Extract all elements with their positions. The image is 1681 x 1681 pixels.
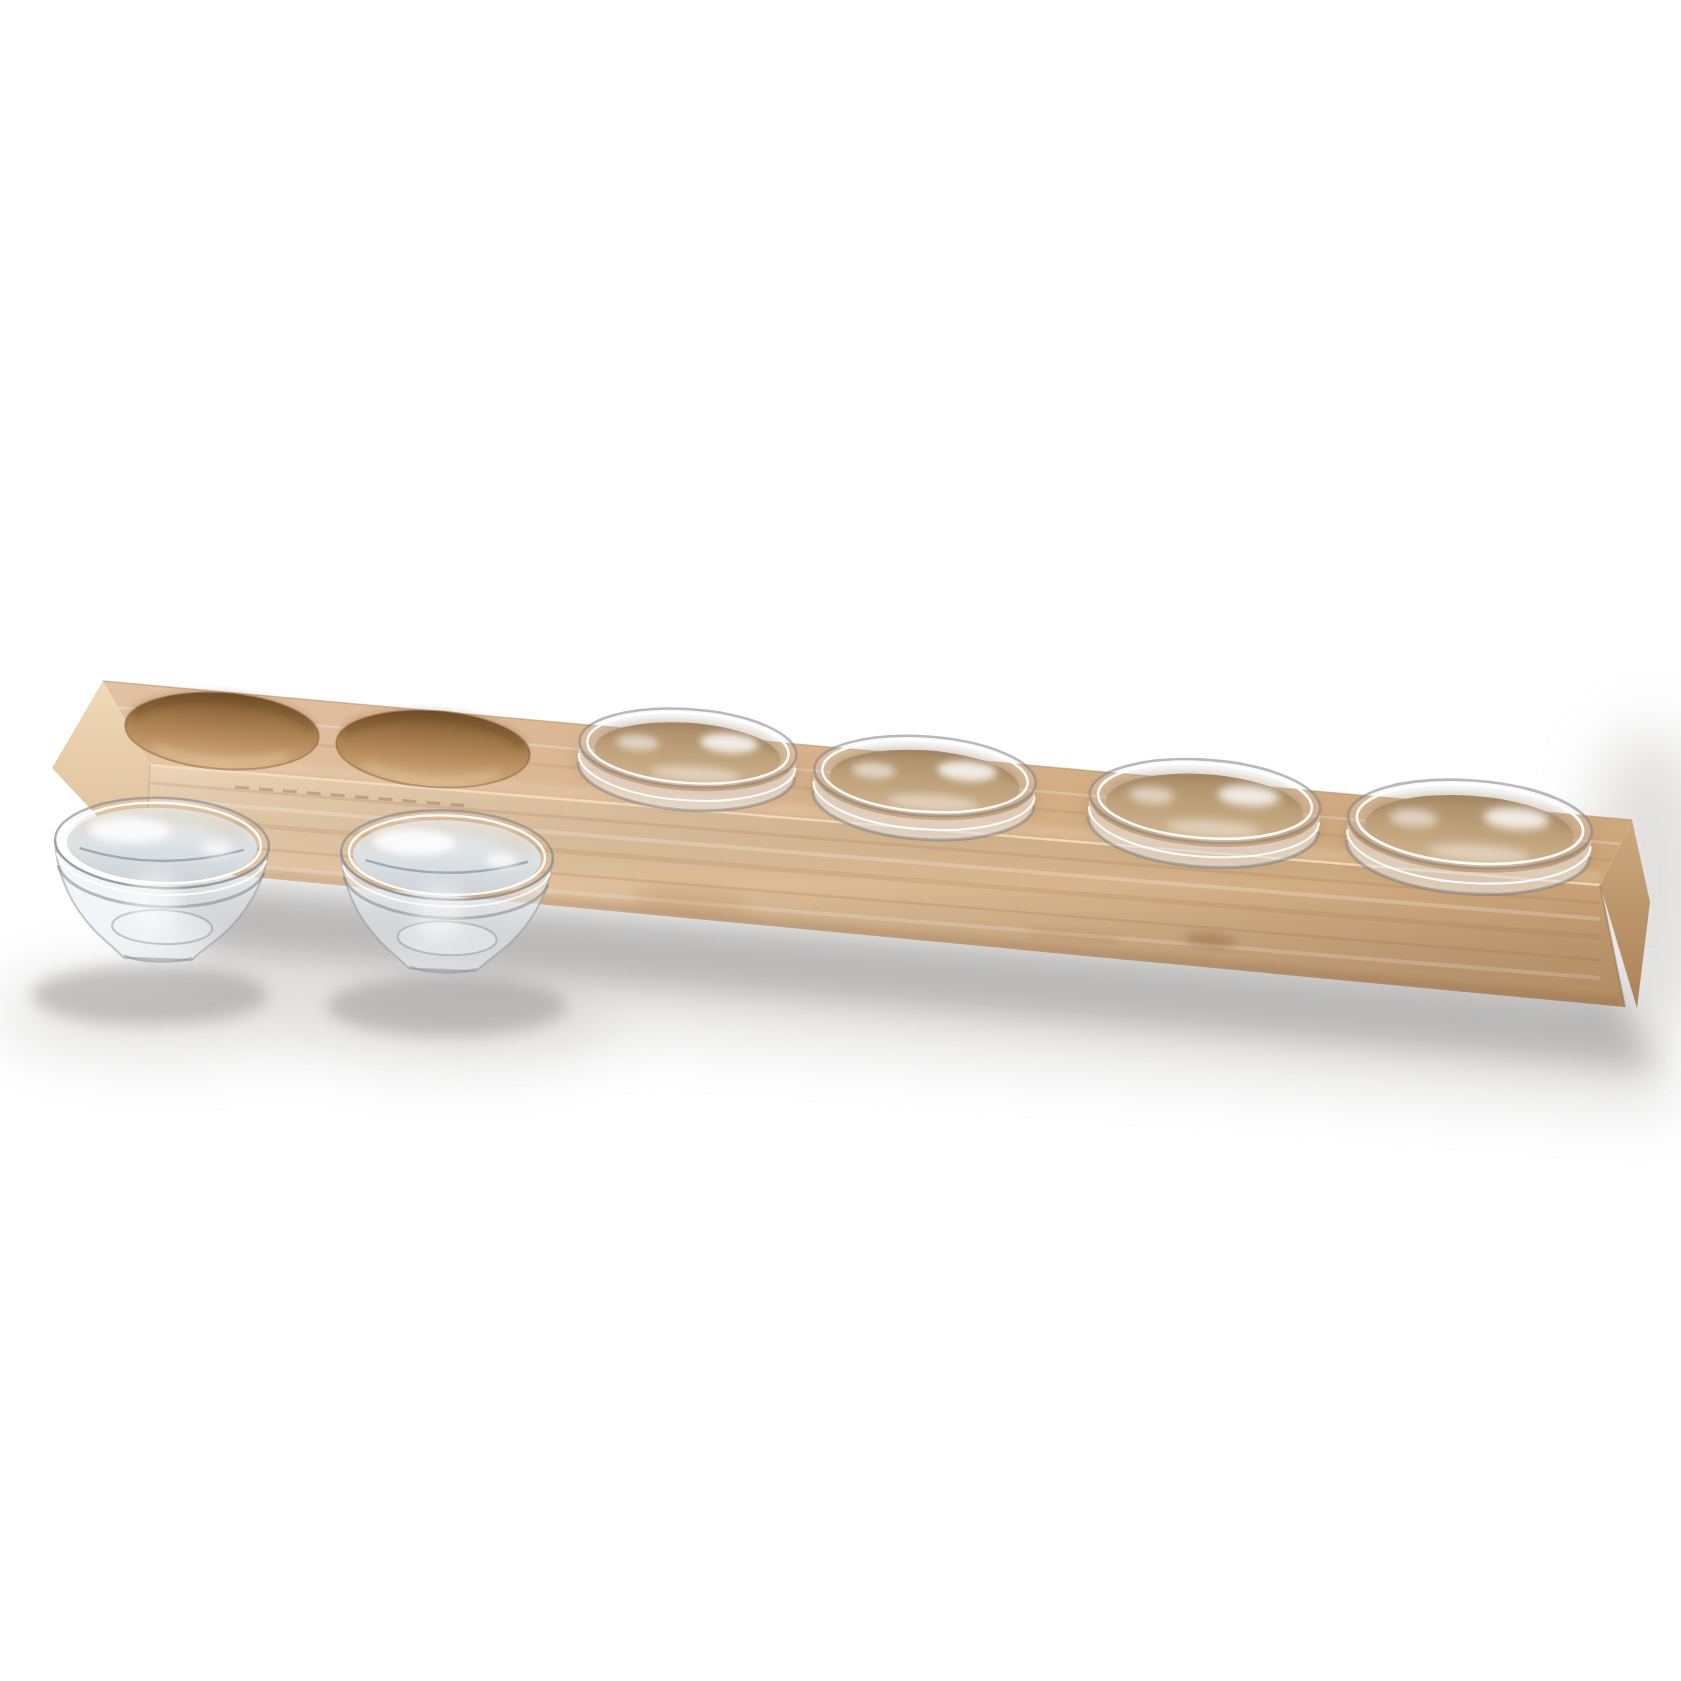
photo-canvas	[0, 0, 1681, 1681]
product-photo	[0, 0, 1681, 1681]
bowl-a-shadow-core	[32, 965, 268, 1025]
bowl-b-shadow-core	[327, 976, 567, 1036]
